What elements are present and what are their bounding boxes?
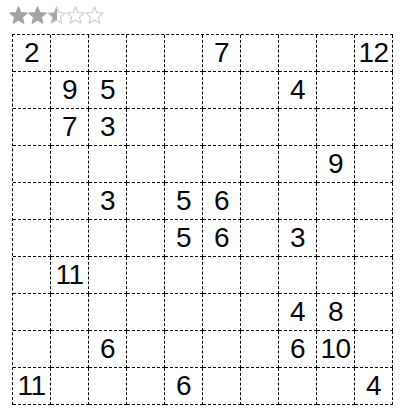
grid-cell[interactable]: 3 [279, 220, 317, 257]
grid-cell[interactable] [317, 257, 355, 294]
grid-cell[interactable] [89, 294, 127, 331]
grid-cell[interactable] [51, 146, 89, 183]
grid-cell[interactable] [51, 331, 89, 368]
clue-number: 6 [214, 187, 229, 215]
clue-number: 6 [214, 224, 229, 252]
grid-cell[interactable] [355, 294, 393, 331]
grid-cell[interactable]: 4 [279, 72, 317, 109]
grid-cell[interactable]: 3 [89, 109, 127, 146]
grid-cell[interactable] [13, 146, 51, 183]
clue-number: 9 [328, 150, 343, 178]
grid-cell[interactable] [13, 109, 51, 146]
clue-number: 6 [290, 335, 305, 363]
clue-number: 11 [17, 372, 45, 400]
grid-cell[interactable] [317, 220, 355, 257]
grid-cell[interactable]: 7 [51, 109, 89, 146]
grid-cell[interactable] [279, 183, 317, 220]
grid-cell[interactable] [13, 183, 51, 220]
grid-cell[interactable] [165, 294, 203, 331]
grid-cell[interactable] [89, 146, 127, 183]
grid-cell[interactable] [279, 368, 317, 405]
grid-cell[interactable] [89, 257, 127, 294]
star-icon-empty [66, 5, 85, 26]
grid-cell[interactable] [127, 294, 165, 331]
grid-cell[interactable] [127, 368, 165, 405]
grid-cell[interactable] [127, 35, 165, 72]
grid-cell[interactable] [13, 331, 51, 368]
grid-cell[interactable] [203, 146, 241, 183]
grid-cell[interactable] [241, 72, 279, 109]
grid-cell[interactable] [13, 72, 51, 109]
clue-number: 8 [328, 298, 343, 326]
grid-cell[interactable]: 11 [13, 368, 51, 405]
grid-cell[interactable]: 2 [13, 35, 51, 72]
grid-cell[interactable]: 7 [203, 35, 241, 72]
grid-cell[interactable] [279, 109, 317, 146]
grid-cell[interactable] [127, 183, 165, 220]
clue-number: 3 [100, 113, 115, 141]
grid-cell[interactable] [127, 109, 165, 146]
grid-cell[interactable] [241, 183, 279, 220]
grid-cell[interactable] [203, 109, 241, 146]
grid-cell[interactable] [317, 368, 355, 405]
grid-cell[interactable] [241, 146, 279, 183]
clue-number: 4 [366, 372, 381, 400]
grid-cell[interactable] [279, 257, 317, 294]
clue-number: 7 [214, 39, 229, 67]
grid-cell[interactable]: 6 [203, 183, 241, 220]
clue-number: 10 [320, 335, 350, 363]
clue-number: 4 [290, 76, 305, 104]
grid-cell[interactable] [13, 294, 51, 331]
grid-cell[interactable] [165, 35, 203, 72]
grid-cell[interactable] [241, 257, 279, 294]
grid-cell[interactable] [165, 72, 203, 109]
grid-cell[interactable]: 12 [355, 35, 393, 72]
grid-cell[interactable] [127, 146, 165, 183]
grid-cell[interactable]: 8 [317, 294, 355, 331]
clue-number: 12 [358, 39, 388, 67]
grid-cell[interactable] [241, 109, 279, 146]
clue-number: 11 [55, 261, 83, 289]
grid-cell[interactable] [89, 35, 127, 72]
grid-cell[interactable] [51, 294, 89, 331]
grid-cell[interactable] [355, 220, 393, 257]
grid-cell[interactable] [355, 331, 393, 368]
puzzle-grid: 2712954739356563114866101164 [12, 34, 393, 405]
grid-cell[interactable] [355, 146, 393, 183]
grid-cell[interactable] [241, 331, 279, 368]
grid-cell[interactable] [241, 220, 279, 257]
star-icon-half [47, 5, 66, 26]
grid-cell[interactable] [51, 35, 89, 72]
grid-cell[interactable]: 9 [317, 146, 355, 183]
grid-cell[interactable] [203, 72, 241, 109]
grid-cell[interactable] [127, 72, 165, 109]
grid-cell[interactable] [51, 183, 89, 220]
clue-number: 6 [100, 335, 115, 363]
grid-cell[interactable]: 4 [279, 294, 317, 331]
grid-cell[interactable] [203, 331, 241, 368]
grid-cell[interactable]: 5 [165, 220, 203, 257]
grid-cell[interactable]: 5 [89, 72, 127, 109]
grid-cell[interactable]: 6 [203, 220, 241, 257]
grid-cell[interactable] [203, 257, 241, 294]
grid-cell[interactable] [51, 220, 89, 257]
grid-cell[interactable] [317, 35, 355, 72]
star-icon-full [28, 5, 47, 26]
grid-cell[interactable] [355, 109, 393, 146]
grid-cell[interactable]: 9 [51, 72, 89, 109]
grid-cell[interactable] [127, 220, 165, 257]
clue-number: 9 [62, 76, 77, 104]
grid-cell[interactable] [165, 146, 203, 183]
grid-cell[interactable] [127, 331, 165, 368]
clue-number: 6 [176, 372, 191, 400]
grid-cell[interactable] [317, 72, 355, 109]
grid-cell[interactable]: 6 [279, 331, 317, 368]
grid-cell[interactable] [203, 368, 241, 405]
clue-number: 5 [176, 187, 191, 215]
grid-cell[interactable] [355, 257, 393, 294]
grid-cell[interactable] [13, 220, 51, 257]
grid-cell[interactable] [89, 368, 127, 405]
clue-number: 2 [24, 39, 39, 67]
grid-cell[interactable] [89, 220, 127, 257]
grid-cell[interactable] [13, 257, 51, 294]
grid-cell[interactable] [317, 183, 355, 220]
grid-cell[interactable] [203, 294, 241, 331]
grid-cell[interactable]: 6 [89, 331, 127, 368]
grid-cell[interactable] [241, 294, 279, 331]
grid-cell[interactable] [317, 109, 355, 146]
page: { "game": "fillomino", "difficulty_ratin… [0, 0, 403, 418]
grid-cell[interactable]: 10 [317, 331, 355, 368]
star-icon-full [9, 5, 28, 26]
grid-cell[interactable] [165, 109, 203, 146]
grid-cell[interactable] [51, 368, 89, 405]
clue-number: 5 [100, 76, 115, 104]
grid-cell[interactable] [355, 72, 393, 109]
grid-cell[interactable]: 11 [51, 257, 89, 294]
clue-number: 3 [100, 187, 115, 215]
grid-cell[interactable] [241, 35, 279, 72]
grid-cell[interactable] [355, 183, 393, 220]
grid-cell[interactable] [165, 331, 203, 368]
grid-cell[interactable]: 5 [165, 183, 203, 220]
grid-cell[interactable] [279, 146, 317, 183]
clue-number: 7 [62, 113, 77, 141]
star-icon-empty [85, 5, 104, 26]
grid-cell[interactable] [241, 368, 279, 405]
grid-cell[interactable] [127, 257, 165, 294]
grid-cell[interactable] [165, 257, 203, 294]
difficulty-rating [9, 4, 403, 26]
grid-cell[interactable]: 4 [355, 368, 393, 405]
clue-number: 3 [290, 224, 305, 252]
grid-cell[interactable] [279, 35, 317, 72]
grid-cell[interactable]: 6 [165, 368, 203, 405]
clue-number: 5 [176, 224, 191, 252]
grid-cell[interactable]: 3 [89, 183, 127, 220]
clue-number: 4 [290, 298, 305, 326]
